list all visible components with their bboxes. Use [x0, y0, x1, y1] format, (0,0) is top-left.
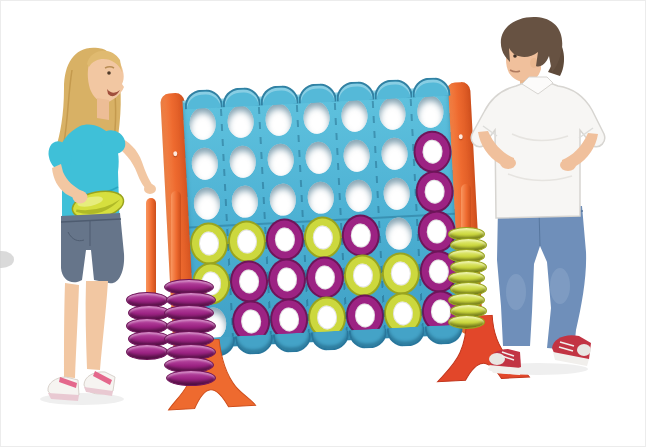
girl-eye: [107, 71, 111, 75]
purple-spare-ring: [166, 370, 216, 386]
purple-ring-stack-b: [165, 282, 215, 386]
ring-post-left-back: [171, 191, 181, 291]
boy: [452, 12, 624, 380]
screw-dot: [173, 151, 177, 156]
girl-figure: [40, 48, 156, 405]
connect-four-board: [182, 87, 461, 349]
girl-shoe: [48, 377, 79, 401]
girl-leg: [86, 281, 108, 370]
boy-sneaker: [489, 349, 521, 375]
boy-figure: [471, 17, 604, 375]
girl-shoe: [84, 371, 115, 396]
cropped-object-edge: [0, 251, 14, 268]
scene: [0, 0, 646, 447]
boy-sneaker: [552, 335, 591, 366]
girl-leg: [64, 283, 79, 378]
girl: [20, 40, 160, 412]
girl-denim-shorts: [61, 213, 124, 283]
girl-hand: [73, 191, 88, 204]
